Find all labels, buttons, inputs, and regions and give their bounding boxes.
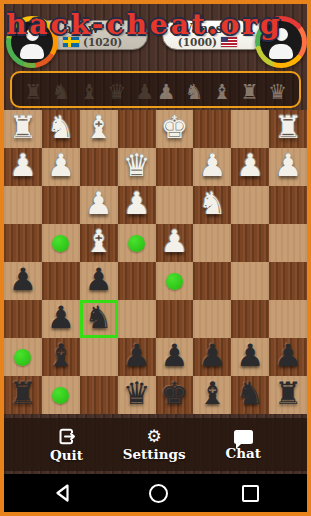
square-f3[interactable]: ♞ <box>193 186 231 224</box>
square-d8[interactable]: ♛ <box>118 376 156 414</box>
black-pawn: ♟ <box>198 340 226 371</box>
exit-icon <box>57 427 76 446</box>
white-pawn: ♟ <box>47 150 75 181</box>
ghost-dark-rook: ♜ <box>24 82 43 103</box>
captured-light-group: ♟♞♝♜♛ <box>157 82 287 103</box>
square-b6[interactable]: ♟ <box>42 300 80 338</box>
square-b8[interactable] <box>42 376 80 414</box>
square-h8[interactable]: ♜ <box>269 376 307 414</box>
square-e2[interactable] <box>156 148 194 186</box>
square-b3[interactable] <box>42 186 80 224</box>
white-pawn: ♟ <box>161 226 189 257</box>
ghost-dark-pawn: ♟ <box>135 82 154 103</box>
square-b7[interactable]: ♝ <box>42 338 80 376</box>
square-c7[interactable] <box>80 338 118 376</box>
ghost-light-bishop: ♝ <box>213 82 232 103</box>
square-c1[interactable]: ♝ <box>80 110 118 148</box>
ghost-dark-knight: ♞ <box>52 82 71 103</box>
ghost-light-knight: ♞ <box>185 82 204 103</box>
square-g6[interactable] <box>231 300 269 338</box>
square-c6[interactable]: ♞ <box>80 300 118 338</box>
square-c2[interactable] <box>80 148 118 186</box>
square-f1[interactable] <box>193 110 231 148</box>
white-knight: ♞ <box>198 188 226 219</box>
ghost-light-queen: ♛ <box>268 82 287 103</box>
legal-move-dot <box>166 273 183 290</box>
home-icon[interactable] <box>149 484 168 503</box>
black-bishop: ♝ <box>198 378 226 409</box>
square-e6[interactable] <box>156 300 194 338</box>
captured-pieces-tray: ♜♞♝♛♟ ♟♞♝♜♛ <box>10 71 301 108</box>
square-d7[interactable]: ♟ <box>118 338 156 376</box>
square-f6[interactable] <box>193 300 231 338</box>
square-g3[interactable] <box>231 186 269 224</box>
black-bishop: ♝ <box>47 340 75 371</box>
black-knight: ♞ <box>85 302 113 333</box>
gear-icon: ⚙ <box>147 427 162 445</box>
legal-move-dot <box>128 235 145 252</box>
square-e5[interactable] <box>156 262 194 300</box>
square-d2[interactable]: ♛ <box>118 148 156 186</box>
app-screen: hack-cheat.org huaw (1020) Vanessa (1000… <box>0 0 311 516</box>
android-nav-bar <box>4 474 307 512</box>
square-g5[interactable] <box>231 262 269 300</box>
square-g2[interactable]: ♟ <box>231 148 269 186</box>
square-f5[interactable] <box>193 262 231 300</box>
black-knight: ♞ <box>236 378 264 409</box>
square-h2[interactable]: ♟ <box>269 148 307 186</box>
chat-button[interactable]: Chat <box>225 428 261 461</box>
square-a7[interactable] <box>4 338 42 376</box>
square-d3[interactable]: ♟ <box>118 186 156 224</box>
square-d5[interactable] <box>118 262 156 300</box>
white-bishop: ♝ <box>85 226 113 257</box>
black-rook: ♜ <box>9 378 37 409</box>
square-g8[interactable]: ♞ <box>231 376 269 414</box>
square-b4[interactable] <box>42 224 80 262</box>
back-icon[interactable] <box>52 482 74 504</box>
square-a2[interactable]: ♟ <box>4 148 42 186</box>
quit-label: Quit <box>50 447 83 463</box>
square-g1[interactable] <box>231 110 269 148</box>
square-a8[interactable]: ♜ <box>4 376 42 414</box>
black-pawn: ♟ <box>85 264 113 295</box>
square-f8[interactable]: ♝ <box>193 376 231 414</box>
white-bishop: ♝ <box>85 112 113 143</box>
chat-label: Chat <box>225 445 261 461</box>
square-e1[interactable]: ♚ <box>156 110 194 148</box>
square-g4[interactable] <box>231 224 269 262</box>
square-b5[interactable] <box>42 262 80 300</box>
black-pawn: ♟ <box>236 340 264 371</box>
white-rook: ♜ <box>9 112 37 143</box>
square-h4[interactable] <box>269 224 307 262</box>
white-pawn: ♟ <box>85 188 113 219</box>
white-pawn: ♟ <box>123 188 151 219</box>
square-f2[interactable]: ♟ <box>193 148 231 186</box>
square-h3[interactable] <box>269 186 307 224</box>
square-f7[interactable]: ♟ <box>193 338 231 376</box>
chat-icon <box>234 430 253 444</box>
ghost-dark-queen: ♛ <box>107 82 126 103</box>
black-king: ♚ <box>161 378 189 409</box>
white-queen: ♛ <box>123 150 151 181</box>
square-e8[interactable]: ♚ <box>156 376 194 414</box>
square-c3[interactable]: ♟ <box>80 186 118 224</box>
square-c5[interactable]: ♟ <box>80 262 118 300</box>
square-d6[interactable] <box>118 300 156 338</box>
square-f4[interactable] <box>193 224 231 262</box>
square-c8[interactable] <box>80 376 118 414</box>
square-a3[interactable] <box>4 186 42 224</box>
settings-button[interactable]: ⚙ Settings <box>123 427 186 462</box>
black-queen: ♛ <box>123 378 151 409</box>
black-pawn: ♟ <box>274 340 302 371</box>
white-pawn: ♟ <box>9 150 37 181</box>
white-knight: ♞ <box>47 112 75 143</box>
square-e7[interactable]: ♟ <box>156 338 194 376</box>
ghost-light-pawn: ♟ <box>157 82 176 103</box>
square-a5[interactable]: ♟ <box>4 262 42 300</box>
game-button-bar: Quit ⚙ Settings Chat <box>4 418 307 471</box>
black-rook: ♜ <box>274 378 302 409</box>
square-g7[interactable]: ♟ <box>231 338 269 376</box>
square-e4[interactable]: ♟ <box>156 224 194 262</box>
chess-board: ♜♞♝♚♜♟♟♛♟♟♟♟♟♞♝♟♟♟♟♞♝♟♟♟♟♟♜♛♚♝♞♜ <box>4 110 307 414</box>
square-a6[interactable] <box>4 300 42 338</box>
black-pawn: ♟ <box>9 264 37 295</box>
white-rook: ♜ <box>274 112 302 143</box>
ghost-dark-bishop: ♝ <box>80 82 99 103</box>
square-h5[interactable] <box>269 262 307 300</box>
captured-dark-group: ♜♞♝♛♟ <box>24 82 154 103</box>
square-a1[interactable]: ♜ <box>4 110 42 148</box>
square-h6[interactable] <box>269 300 307 338</box>
square-a4[interactable] <box>4 224 42 262</box>
square-e3[interactable] <box>156 186 194 224</box>
white-king: ♚ <box>161 112 189 143</box>
square-d4[interactable] <box>118 224 156 262</box>
square-b2[interactable]: ♟ <box>42 148 80 186</box>
ghost-light-rook: ♜ <box>240 82 259 103</box>
black-pawn: ♟ <box>123 340 151 371</box>
black-pawn: ♟ <box>47 302 75 333</box>
square-c4[interactable]: ♝ <box>80 224 118 262</box>
legal-move-dot <box>52 235 69 252</box>
recents-icon[interactable] <box>242 485 259 502</box>
square-b1[interactable]: ♞ <box>42 110 80 148</box>
square-h7[interactable]: ♟ <box>269 338 307 376</box>
quit-button[interactable]: Quit <box>50 427 83 463</box>
white-pawn: ♟ <box>236 150 264 181</box>
square-d1[interactable] <box>118 110 156 148</box>
watermark-text: hack-cheat.org <box>6 8 283 41</box>
square-h1[interactable]: ♜ <box>269 110 307 148</box>
white-pawn: ♟ <box>198 150 226 181</box>
legal-move-dot <box>14 349 31 366</box>
black-pawn: ♟ <box>161 340 189 371</box>
white-pawn: ♟ <box>274 150 302 181</box>
settings-label: Settings <box>123 446 186 462</box>
legal-move-dot <box>52 387 69 404</box>
